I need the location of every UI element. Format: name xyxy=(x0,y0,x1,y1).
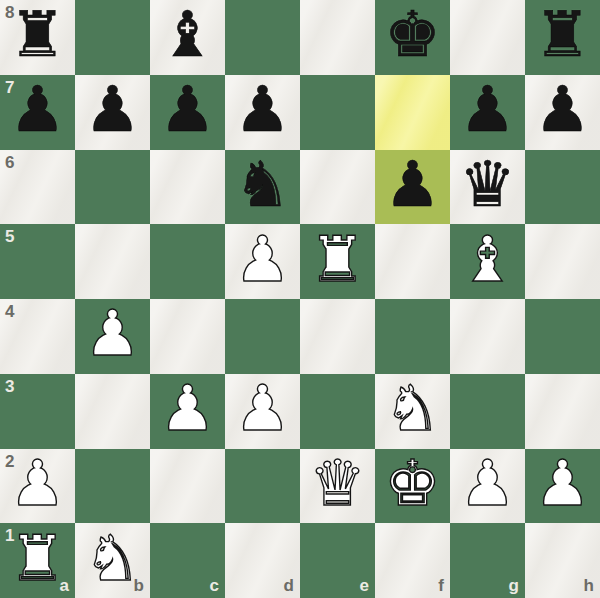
square-g5[interactable]: ♝ xyxy=(450,224,525,299)
file-label-f: f xyxy=(438,577,444,594)
square-g7[interactable]: ♟ xyxy=(450,75,525,150)
chess-board: 8♜♝♚♜7♟♟♟♟♟♟6♞♟♛5♟♜♝4♟3♟♟♞2♟♛♚♟♟1a♜b♞cde… xyxy=(0,0,600,598)
square-f6[interactable]: ♟ xyxy=(375,150,450,225)
piece-black-king-f8[interactable]: ♚ xyxy=(384,0,440,72)
square-d7[interactable]: ♟ xyxy=(225,75,300,150)
square-g1[interactable]: g xyxy=(450,523,525,598)
square-c1[interactable]: c xyxy=(150,523,225,598)
square-d4[interactable] xyxy=(225,299,300,374)
square-b4[interactable]: ♟ xyxy=(75,299,150,374)
piece-black-pawn-c7[interactable]: ♟ xyxy=(159,73,215,147)
square-g8[interactable] xyxy=(450,0,525,75)
piece-white-king-f2[interactable]: ♚ xyxy=(384,447,440,521)
square-a3[interactable]: 3 xyxy=(0,374,75,449)
square-f8[interactable]: ♚ xyxy=(375,0,450,75)
square-c5[interactable] xyxy=(150,224,225,299)
square-h7[interactable]: ♟ xyxy=(525,75,600,150)
square-b3[interactable] xyxy=(75,374,150,449)
piece-white-rook-a1[interactable]: ♜ xyxy=(9,522,65,596)
square-c8[interactable]: ♝ xyxy=(150,0,225,75)
square-f7[interactable] xyxy=(375,75,450,150)
piece-black-knight-d6[interactable]: ♞ xyxy=(234,148,290,222)
square-b5[interactable] xyxy=(75,224,150,299)
file-label-h: h xyxy=(584,577,594,594)
square-f5[interactable] xyxy=(375,224,450,299)
square-h1[interactable]: h xyxy=(525,523,600,598)
piece-white-pawn-g2[interactable]: ♟ xyxy=(459,447,515,521)
square-e1[interactable]: e xyxy=(300,523,375,598)
piece-white-knight-b1[interactable]: ♞ xyxy=(84,522,140,596)
piece-white-queen-e2[interactable]: ♛ xyxy=(309,447,365,521)
rank-label-7: 7 xyxy=(5,79,14,96)
square-b7[interactable]: ♟ xyxy=(75,75,150,150)
square-h5[interactable] xyxy=(525,224,600,299)
piece-black-rook-a8[interactable]: ♜ xyxy=(9,0,65,72)
square-c2[interactable] xyxy=(150,449,225,524)
square-b8[interactable] xyxy=(75,0,150,75)
piece-black-rook-h8[interactable]: ♜ xyxy=(534,0,590,72)
square-c4[interactable] xyxy=(150,299,225,374)
file-label-g: g xyxy=(509,577,519,594)
square-h6[interactable] xyxy=(525,150,600,225)
square-h2[interactable]: ♟ xyxy=(525,449,600,524)
piece-white-pawn-b4[interactable]: ♟ xyxy=(84,297,140,371)
square-g6[interactable]: ♛ xyxy=(450,150,525,225)
piece-black-pawn-f6[interactable]: ♟ xyxy=(384,148,440,222)
file-label-b: b xyxy=(134,577,144,594)
piece-black-pawn-g7[interactable]: ♟ xyxy=(459,73,515,147)
square-d2[interactable] xyxy=(225,449,300,524)
square-a2[interactable]: 2♟ xyxy=(0,449,75,524)
square-f4[interactable] xyxy=(375,299,450,374)
file-label-c: c xyxy=(210,577,219,594)
square-e3[interactable] xyxy=(300,374,375,449)
square-e8[interactable] xyxy=(300,0,375,75)
square-d5[interactable]: ♟ xyxy=(225,224,300,299)
piece-white-pawn-d3[interactable]: ♟ xyxy=(234,372,290,446)
piece-white-rook-e5[interactable]: ♜ xyxy=(309,223,365,297)
square-h3[interactable] xyxy=(525,374,600,449)
square-b1[interactable]: b♞ xyxy=(75,523,150,598)
file-label-a: a xyxy=(60,577,69,594)
square-a5[interactable]: 5 xyxy=(0,224,75,299)
piece-black-pawn-a7[interactable]: ♟ xyxy=(9,73,65,147)
square-c3[interactable]: ♟ xyxy=(150,374,225,449)
square-a7[interactable]: 7♟ xyxy=(0,75,75,150)
rank-label-4: 4 xyxy=(5,303,14,320)
square-c7[interactable]: ♟ xyxy=(150,75,225,150)
piece-white-pawn-d5[interactable]: ♟ xyxy=(234,223,290,297)
square-e5[interactable]: ♜ xyxy=(300,224,375,299)
square-e7[interactable] xyxy=(300,75,375,150)
square-h8[interactable]: ♜ xyxy=(525,0,600,75)
square-e2[interactable]: ♛ xyxy=(300,449,375,524)
piece-white-pawn-a2[interactable]: ♟ xyxy=(9,447,65,521)
square-g4[interactable] xyxy=(450,299,525,374)
rank-label-3: 3 xyxy=(5,378,14,395)
square-d6[interactable]: ♞ xyxy=(225,150,300,225)
piece-white-knight-f3[interactable]: ♞ xyxy=(384,372,440,446)
square-b6[interactable] xyxy=(75,150,150,225)
rank-label-8: 8 xyxy=(5,4,14,21)
square-a8[interactable]: 8♜ xyxy=(0,0,75,75)
piece-black-bishop-c8[interactable]: ♝ xyxy=(159,0,215,72)
rank-label-2: 2 xyxy=(5,453,14,470)
rank-label-1: 1 xyxy=(5,527,14,544)
square-f1[interactable]: f xyxy=(375,523,450,598)
square-h4[interactable] xyxy=(525,299,600,374)
square-c6[interactable] xyxy=(150,150,225,225)
square-e4[interactable] xyxy=(300,299,375,374)
square-b2[interactable] xyxy=(75,449,150,524)
square-e6[interactable] xyxy=(300,150,375,225)
piece-white-pawn-c3[interactable]: ♟ xyxy=(159,372,215,446)
piece-white-pawn-h2[interactable]: ♟ xyxy=(534,447,590,521)
square-g2[interactable]: ♟ xyxy=(450,449,525,524)
rank-label-5: 5 xyxy=(5,228,14,245)
rank-label-6: 6 xyxy=(5,154,14,171)
square-a4[interactable]: 4 xyxy=(0,299,75,374)
square-f2[interactable]: ♚ xyxy=(375,449,450,524)
piece-black-pawn-h7[interactable]: ♟ xyxy=(534,73,590,147)
square-d3[interactable]: ♟ xyxy=(225,374,300,449)
file-label-e: e xyxy=(360,577,369,594)
square-d1[interactable]: d xyxy=(225,523,300,598)
square-f3[interactable]: ♞ xyxy=(375,374,450,449)
square-a1[interactable]: 1a♜ xyxy=(0,523,75,598)
square-g3[interactable] xyxy=(450,374,525,449)
square-a6[interactable]: 6 xyxy=(0,150,75,225)
piece-black-pawn-b7[interactable]: ♟ xyxy=(84,73,140,147)
piece-black-queen-g6[interactable]: ♛ xyxy=(459,148,515,222)
piece-white-bishop-g5[interactable]: ♝ xyxy=(459,223,515,297)
piece-black-pawn-d7[interactable]: ♟ xyxy=(234,73,290,147)
file-label-d: d xyxy=(284,577,294,594)
square-d8[interactable] xyxy=(225,0,300,75)
